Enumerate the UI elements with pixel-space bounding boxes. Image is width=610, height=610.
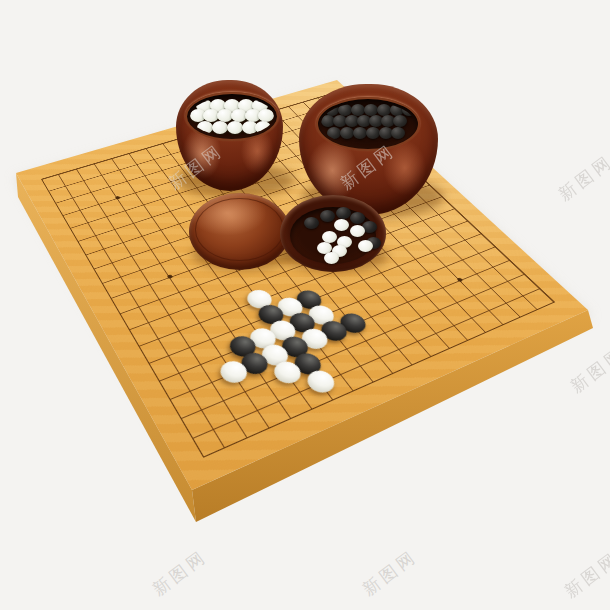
- photo-go-board-scene: { "game": "go (weiqi / baduk)", "scene":…: [0, 0, 610, 610]
- black-stone-in-bowl: [366, 127, 380, 139]
- black-stone-in-dish: [304, 217, 319, 229]
- black-stone-in-bowl: [391, 127, 405, 139]
- black-stones-in-bowl: [321, 102, 415, 146]
- black-stone-in-dish: [336, 207, 351, 219]
- black-stone-in-bowl: [340, 127, 354, 139]
- bowl-lid-upturned: [189, 193, 290, 270]
- white-stone-in-dish: [358, 240, 373, 252]
- mixed-stones-in-dish: [290, 207, 376, 264]
- go-bowl-white-stones: [176, 80, 283, 191]
- white-stone-in-bowl: [227, 121, 243, 134]
- white-stone-in-dish: [324, 252, 339, 264]
- white-stone-in-bowl: [258, 109, 274, 122]
- lid-rim-line: [195, 198, 284, 260]
- black-stone-in-bowl: [353, 127, 367, 139]
- white-stone-in-bowl: [212, 121, 228, 134]
- bowl-opening: [316, 97, 420, 151]
- white-stone-in-dish: [334, 219, 349, 231]
- black-stone-in-dish: [320, 210, 335, 222]
- bowl-opening: [185, 92, 279, 141]
- white-stone-in-bowl: [197, 121, 213, 134]
- white-stones-in-bowl: [190, 97, 274, 136]
- white-stone-in-dish: [350, 225, 365, 237]
- black-stone-in-bowl: [327, 127, 341, 139]
- black-stone-in-bowl: [393, 115, 407, 127]
- bowl-lid-dish: [280, 195, 386, 272]
